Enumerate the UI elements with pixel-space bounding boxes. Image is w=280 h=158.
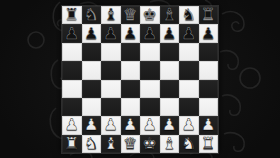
piece-white-pawn: ♟ <box>84 117 98 133</box>
piece-black-pawn: ♟ <box>143 25 157 41</box>
square-g8[interactable]: ♞ <box>179 6 199 24</box>
square-b6[interactable] <box>82 43 102 61</box>
square-g7[interactable]: ♟ <box>179 24 199 42</box>
chess-board: ♜♞♝♛♚♝♞♜♟♟♟♟♟♟♟♟♟♟♟♟♟♟♟♟♜♞♝♛♚♝♞♜ <box>62 6 218 153</box>
piece-white-pawn: ♟ <box>143 117 157 133</box>
square-d7[interactable]: ♟ <box>121 24 141 42</box>
square-e6[interactable] <box>140 43 160 61</box>
square-f6[interactable] <box>160 43 180 61</box>
square-b8[interactable]: ♞ <box>82 6 102 24</box>
piece-black-pawn: ♟ <box>201 25 215 41</box>
square-a2[interactable]: ♟ <box>62 116 82 134</box>
square-d2[interactable]: ♟ <box>121 116 141 134</box>
piece-white-queen: ♛ <box>123 135 137 151</box>
square-b1[interactable]: ♞ <box>82 135 102 153</box>
square-d5[interactable] <box>121 61 141 79</box>
piece-black-pawn: ♟ <box>65 25 79 41</box>
square-e7[interactable]: ♟ <box>140 24 160 42</box>
square-d8[interactable]: ♛ <box>121 6 141 24</box>
square-h4[interactable] <box>199 80 219 98</box>
square-f8[interactable]: ♝ <box>160 6 180 24</box>
square-c7[interactable]: ♟ <box>101 24 121 42</box>
piece-black-knight: ♞ <box>182 7 196 23</box>
piece-white-bishop: ♝ <box>162 135 176 151</box>
square-h7[interactable]: ♟ <box>199 24 219 42</box>
piece-black-pawn: ♟ <box>123 25 137 41</box>
square-h5[interactable] <box>199 61 219 79</box>
square-h1[interactable]: ♜ <box>199 135 219 153</box>
square-d4[interactable] <box>121 80 141 98</box>
square-g4[interactable] <box>179 80 199 98</box>
square-c8[interactable]: ♝ <box>101 6 121 24</box>
piece-white-pawn: ♟ <box>123 117 137 133</box>
piece-white-pawn: ♟ <box>182 117 196 133</box>
piece-white-pawn: ♟ <box>104 117 118 133</box>
square-b7[interactable]: ♟ <box>82 24 102 42</box>
square-b2[interactable]: ♟ <box>82 116 102 134</box>
square-b5[interactable] <box>82 61 102 79</box>
square-a6[interactable] <box>62 43 82 61</box>
square-a3[interactable] <box>62 98 82 116</box>
piece-white-knight: ♞ <box>182 135 196 151</box>
square-c4[interactable] <box>101 80 121 98</box>
square-b4[interactable] <box>82 80 102 98</box>
square-a7[interactable]: ♟ <box>62 24 82 42</box>
piece-black-rook: ♜ <box>201 7 215 23</box>
square-e8[interactable]: ♚ <box>140 6 160 24</box>
square-c2[interactable]: ♟ <box>101 116 121 134</box>
square-h8[interactable]: ♜ <box>199 6 219 24</box>
square-c6[interactable] <box>101 43 121 61</box>
square-c1[interactable]: ♝ <box>101 135 121 153</box>
square-h3[interactable] <box>199 98 219 116</box>
piece-white-rook: ♜ <box>65 135 79 151</box>
square-a1[interactable]: ♜ <box>62 135 82 153</box>
square-h2[interactable]: ♟ <box>199 116 219 134</box>
square-g6[interactable] <box>179 43 199 61</box>
chess-app-window: ♜♞♝♛♚♝♞♜♟♟♟♟♟♟♟♟♟♟♟♟♟♟♟♟♜♞♝♛♚♝♞♜ <box>0 0 280 158</box>
square-d6[interactable] <box>121 43 141 61</box>
square-g2[interactable]: ♟ <box>179 116 199 134</box>
square-g5[interactable] <box>179 61 199 79</box>
square-e5[interactable] <box>140 61 160 79</box>
square-g1[interactable]: ♞ <box>179 135 199 153</box>
square-e3[interactable] <box>140 98 160 116</box>
square-d3[interactable] <box>121 98 141 116</box>
square-h6[interactable] <box>199 43 219 61</box>
piece-black-queen: ♛ <box>123 7 137 23</box>
square-b3[interactable] <box>82 98 102 116</box>
piece-black-pawn: ♟ <box>182 25 196 41</box>
square-a5[interactable] <box>62 61 82 79</box>
piece-black-bishop: ♝ <box>104 7 118 23</box>
piece-white-knight: ♞ <box>84 135 98 151</box>
square-e4[interactable] <box>140 80 160 98</box>
square-f1[interactable]: ♝ <box>160 135 180 153</box>
piece-black-pawn: ♟ <box>162 25 176 41</box>
square-a4[interactable] <box>62 80 82 98</box>
piece-white-pawn: ♟ <box>162 117 176 133</box>
piece-black-pawn: ♟ <box>104 25 118 41</box>
square-g3[interactable] <box>179 98 199 116</box>
piece-black-rook: ♜ <box>65 7 79 23</box>
piece-black-pawn: ♟ <box>84 25 98 41</box>
square-e1[interactable]: ♚ <box>140 135 160 153</box>
piece-white-pawn: ♟ <box>201 117 215 133</box>
piece-black-knight: ♞ <box>84 7 98 23</box>
piece-black-bishop: ♝ <box>162 7 176 23</box>
square-e2[interactable]: ♟ <box>140 116 160 134</box>
piece-white-king: ♚ <box>143 135 157 151</box>
square-f7[interactable]: ♟ <box>160 24 180 42</box>
square-d1[interactable]: ♛ <box>121 135 141 153</box>
square-f5[interactable] <box>160 61 180 79</box>
piece-black-king: ♚ <box>143 7 157 23</box>
piece-white-rook: ♜ <box>201 135 215 151</box>
square-f3[interactable] <box>160 98 180 116</box>
square-c5[interactable] <box>101 61 121 79</box>
piece-white-bishop: ♝ <box>104 135 118 151</box>
square-c3[interactable] <box>101 98 121 116</box>
square-a8[interactable]: ♜ <box>62 6 82 24</box>
square-f2[interactable]: ♟ <box>160 116 180 134</box>
piece-white-pawn: ♟ <box>65 117 79 133</box>
square-f4[interactable] <box>160 80 180 98</box>
